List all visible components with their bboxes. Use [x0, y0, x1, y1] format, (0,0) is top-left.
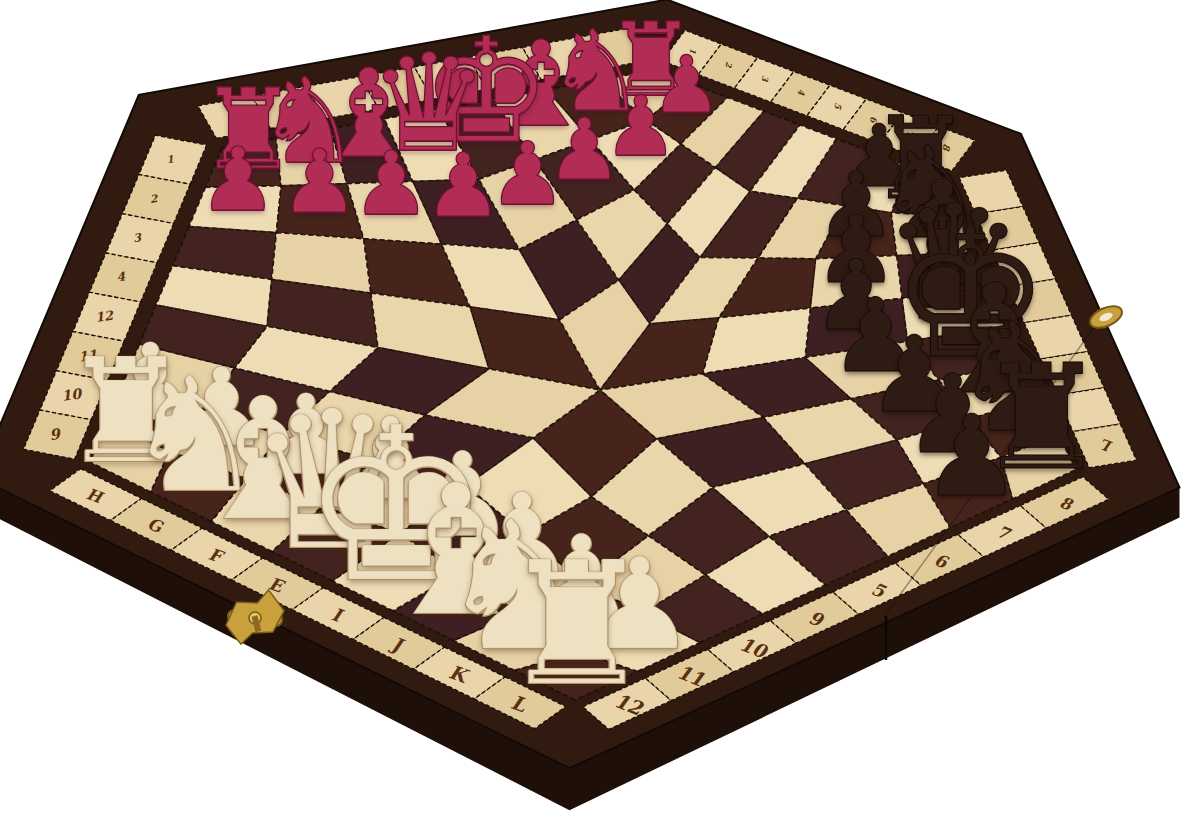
- red-pawn[interactable]: ♟: [352, 140, 431, 228]
- red-pawn[interactable]: ♟: [199, 136, 278, 224]
- pieces-layer: ♜♞♟♝♚♛♟♝♞♜♟♟♜♟♟♟♟♟♟♞♝♟♛♟♚♟♝♟♟♞♟♟♜♜♟♞♟♟♝♟…: [0, 0, 1200, 822]
- red-pawn[interactable]: ♟: [424, 141, 503, 229]
- board-photo-scene: 123412111091234567812111095678HGFEIJKLL …: [0, 0, 1200, 822]
- dark-pawn[interactable]: ♟: [921, 400, 1021, 512]
- red-pawn[interactable]: ♟: [280, 138, 359, 226]
- white-rook[interactable]: ♜: [501, 539, 653, 709]
